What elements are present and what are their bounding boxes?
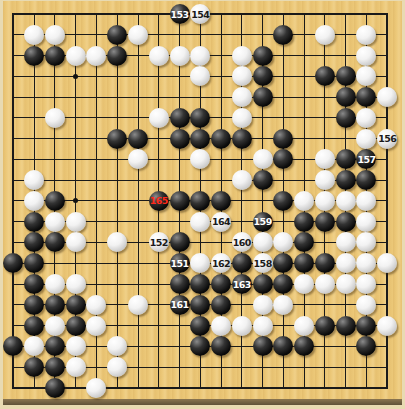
stone-black: [336, 212, 356, 232]
stone-white: [253, 149, 273, 169]
stone-black: [336, 170, 356, 190]
go-game-screenshot: 1511521531541561571581591601611621631641…: [0, 0, 405, 409]
stone-black: [107, 25, 127, 45]
stone-white: [24, 25, 44, 45]
stone-black: [66, 295, 86, 315]
stone-black: [45, 191, 65, 211]
stone-black: [170, 129, 190, 149]
stone-black: [253, 170, 273, 190]
stone-white: [190, 46, 210, 66]
stone-black: [336, 149, 356, 169]
stone-black: [336, 316, 356, 336]
stone-white: [66, 274, 86, 294]
stone-white: [253, 295, 273, 315]
stone-white: [170, 46, 190, 66]
stone-white: [45, 25, 65, 45]
stone-white: [253, 316, 273, 336]
stone-black: [24, 212, 44, 232]
stone-white: [232, 87, 252, 107]
stone-black: [211, 274, 231, 294]
stone-white: [232, 316, 252, 336]
stone-black: [336, 66, 356, 86]
stone-black: [253, 336, 273, 356]
stone-white: [315, 191, 335, 211]
stone-black: [232, 274, 252, 294]
stone-white: [149, 108, 169, 128]
stone-black: [190, 316, 210, 336]
stone-white: [336, 253, 356, 273]
stone-black: [24, 295, 44, 315]
stone-white: [45, 274, 65, 294]
stone-white: [232, 108, 252, 128]
stone-black: [45, 46, 65, 66]
stone-black: [66, 316, 86, 336]
stone-white: [190, 212, 210, 232]
stone-white: [356, 129, 376, 149]
stone-black: [149, 191, 169, 211]
stone-white: [315, 170, 335, 190]
stone-black: [253, 212, 273, 232]
stone-white: [86, 46, 106, 66]
stone-black: [170, 4, 190, 24]
stone-white: [211, 212, 231, 232]
stone-black: [232, 129, 252, 149]
stone-black: [24, 46, 44, 66]
stone-black: [253, 87, 273, 107]
stone-white: [128, 295, 148, 315]
stone-black: [45, 295, 65, 315]
stone-black: [107, 129, 127, 149]
grid-line-horizontal: [12, 387, 388, 389]
stone-white: [24, 191, 44, 211]
stone-black: [356, 316, 376, 336]
stone-white: [211, 316, 231, 336]
stone-white: [66, 212, 86, 232]
stone-black: [211, 191, 231, 211]
stone-black: [170, 274, 190, 294]
stone-black: [170, 295, 190, 315]
stone-white: [377, 129, 397, 149]
stone-white: [45, 212, 65, 232]
stone-white: [336, 274, 356, 294]
stone-white: [66, 336, 86, 356]
stone-black: [170, 253, 190, 273]
stone-white: [336, 191, 356, 211]
stone-white: [45, 108, 65, 128]
stone-black: [336, 87, 356, 107]
stone-black: [211, 129, 231, 149]
stone-black: [190, 295, 210, 315]
stone-white: [315, 25, 335, 45]
stone-black: [232, 253, 252, 273]
stone-black: [253, 66, 273, 86]
stone-white: [66, 46, 86, 66]
stone-black: [190, 129, 210, 149]
stone-white: [253, 232, 273, 252]
stone-black: [315, 316, 335, 336]
stone-white: [232, 46, 252, 66]
stone-black: [45, 357, 65, 377]
stone-white: [315, 274, 335, 294]
stone-white: [253, 253, 273, 273]
stone-black: [315, 212, 335, 232]
stone-white: [149, 46, 169, 66]
stone-white: [294, 316, 314, 336]
stone-black: [107, 46, 127, 66]
stone-black: [273, 129, 293, 149]
stone-white: [356, 46, 376, 66]
stone-black: [211, 295, 231, 315]
stone-black: [294, 212, 314, 232]
stone-white: [45, 316, 65, 336]
stone-black: [45, 378, 65, 398]
stone-black: [253, 46, 273, 66]
stone-white: [128, 25, 148, 45]
star-point: [73, 74, 78, 79]
stone-black: [253, 274, 273, 294]
stone-white: [377, 316, 397, 336]
board-edge-shadow: [3, 399, 402, 405]
stone-black: [170, 108, 190, 128]
stone-black: [128, 129, 148, 149]
stone-black: [170, 232, 190, 252]
stone-white: [66, 357, 86, 377]
stone-white: [232, 170, 252, 190]
stone-white: [86, 316, 106, 336]
stone-black: [336, 108, 356, 128]
stone-black: [24, 316, 44, 336]
stone-black: [170, 191, 190, 211]
stone-white: [294, 191, 314, 211]
